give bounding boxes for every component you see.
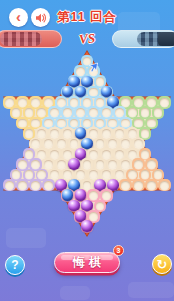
board-hole[interactable] <box>89 150 98 159</box>
board-hole[interactable] <box>89 108 98 117</box>
board-hole[interactable] <box>96 160 105 169</box>
board-hole[interactable] <box>31 139 40 148</box>
board-hole[interactable] <box>160 181 169 190</box>
board-hole[interactable] <box>121 160 130 169</box>
board-hole[interactable] <box>102 170 111 179</box>
board-hole[interactable] <box>44 160 53 169</box>
board-hole[interactable] <box>115 129 124 138</box>
marble-purple[interactable] <box>81 220 93 232</box>
board-hole[interactable] <box>134 181 143 190</box>
board-hole[interactable] <box>121 181 130 190</box>
board-hole[interactable] <box>102 108 111 117</box>
background-decoration <box>60 286 90 300</box>
board-hole[interactable] <box>18 160 27 169</box>
board-hole[interactable] <box>25 129 34 138</box>
board-hole[interactable] <box>83 160 92 169</box>
restart-button[interactable]: ↻ <box>152 254 172 274</box>
game-screen: ‹ 第11 回合 VS ? 悔棋 3 ↻ <box>0 0 174 301</box>
round-title: 第11 回合 <box>0 9 174 26</box>
undo-count-badge: 3 <box>113 245 124 256</box>
pointer-cursor-icon <box>88 62 99 73</box>
board-hole[interactable] <box>128 108 137 117</box>
board-hole[interactable] <box>89 191 98 200</box>
restart-icon: ↻ <box>157 257 168 272</box>
board-hole[interactable] <box>160 98 169 107</box>
board-hole[interactable] <box>115 108 124 117</box>
board-hole[interactable] <box>5 181 14 190</box>
help-label: ? <box>11 258 18 272</box>
board-hole[interactable] <box>147 181 156 190</box>
board-hole[interactable] <box>31 181 40 190</box>
board-hole[interactable] <box>50 129 59 138</box>
board-hole[interactable] <box>89 88 98 97</box>
board-hole[interactable] <box>31 160 40 169</box>
board-hole[interactable] <box>102 129 111 138</box>
board-hole[interactable] <box>89 212 98 221</box>
board-hole[interactable] <box>102 191 111 200</box>
help-button[interactable]: ? <box>5 255 25 275</box>
background-decoration <box>128 282 174 298</box>
board-hole[interactable] <box>57 160 66 169</box>
undo-button[interactable]: 悔棋 <box>54 252 120 273</box>
undo-label: 悔棋 <box>69 254 105 271</box>
board-hole[interactable] <box>102 150 111 159</box>
board-hole[interactable] <box>141 129 150 138</box>
board-hole[interactable] <box>18 181 27 190</box>
board-hole[interactable] <box>44 139 53 148</box>
board-hole[interactable] <box>115 170 124 179</box>
board-hole[interactable] <box>128 170 137 179</box>
board-hole[interactable] <box>89 129 98 138</box>
board-hole[interactable] <box>134 160 143 169</box>
board-hole[interactable] <box>128 129 137 138</box>
board-hole[interactable] <box>63 129 72 138</box>
board-hole[interactable] <box>147 160 156 169</box>
chinese-checkers-board[interactable] <box>0 46 174 242</box>
board-hole[interactable] <box>57 139 66 148</box>
board-hole[interactable] <box>44 181 53 190</box>
